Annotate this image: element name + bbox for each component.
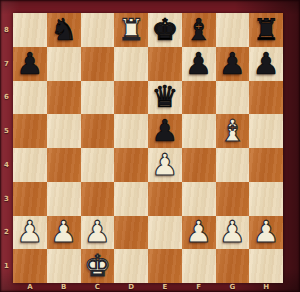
chess-board: ♞♜♚♝♜♟♟♟♟♛♟♝♟♟♟♟♟♟♟♚	[13, 13, 283, 283]
square-h4[interactable]	[249, 148, 283, 182]
square-f1[interactable]	[182, 249, 216, 283]
square-c7[interactable]	[81, 47, 115, 81]
square-f2[interactable]: ♟	[182, 216, 216, 250]
square-g3[interactable]	[216, 182, 250, 216]
piece-black-rook-h8[interactable]: ♜	[249, 13, 283, 47]
square-b5[interactable]	[47, 114, 81, 148]
square-b3[interactable]	[47, 182, 81, 216]
square-f7[interactable]: ♟	[182, 47, 216, 81]
rank-label-4: 4	[0, 148, 13, 182]
piece-black-bishop-f8[interactable]: ♝	[182, 13, 216, 47]
piece-white-pawn-b2[interactable]: ♟	[47, 216, 81, 250]
square-c6[interactable]	[81, 81, 115, 115]
square-a7[interactable]: ♟	[13, 47, 47, 81]
piece-black-pawn-f7[interactable]: ♟	[182, 47, 216, 81]
piece-black-pawn-h7[interactable]: ♟	[249, 47, 283, 81]
square-d3[interactable]	[114, 182, 148, 216]
square-f6[interactable]	[182, 81, 216, 115]
square-f4[interactable]	[182, 148, 216, 182]
square-c3[interactable]	[81, 182, 115, 216]
square-h2[interactable]: ♟	[249, 216, 283, 250]
square-h6[interactable]	[249, 81, 283, 115]
file-label-g: G	[216, 282, 250, 292]
piece-black-queen-e6[interactable]: ♛	[148, 81, 182, 115]
square-c1[interactable]: ♚	[81, 249, 115, 283]
square-d5[interactable]	[114, 114, 148, 148]
piece-white-bishop-g5[interactable]: ♝	[216, 114, 250, 148]
rank-label-8: 8	[0, 13, 13, 47]
piece-black-knight-b8[interactable]: ♞	[47, 13, 81, 47]
square-a8[interactable]	[13, 13, 47, 47]
file-labels: ABCDEFGH	[13, 282, 283, 292]
square-a4[interactable]	[13, 148, 47, 182]
square-g8[interactable]	[216, 13, 250, 47]
square-b6[interactable]	[47, 81, 81, 115]
square-e8[interactable]: ♚	[148, 13, 182, 47]
square-g5[interactable]: ♝	[216, 114, 250, 148]
square-g2[interactable]: ♟	[216, 216, 250, 250]
square-d2[interactable]	[114, 216, 148, 250]
square-g7[interactable]: ♟	[216, 47, 250, 81]
piece-white-pawn-e4[interactable]: ♟	[148, 148, 182, 182]
piece-black-pawn-g7[interactable]: ♟	[216, 47, 250, 81]
piece-black-king-e8[interactable]: ♚	[148, 13, 182, 47]
file-label-c: C	[81, 282, 115, 292]
rank-label-1: 1	[0, 249, 13, 283]
square-e1[interactable]	[148, 249, 182, 283]
rank-label-7: 7	[0, 47, 13, 81]
square-e2[interactable]	[148, 216, 182, 250]
square-g1[interactable]	[216, 249, 250, 283]
square-a1[interactable]	[13, 249, 47, 283]
square-a3[interactable]	[13, 182, 47, 216]
piece-black-pawn-e5[interactable]: ♟	[148, 114, 182, 148]
square-f5[interactable]	[182, 114, 216, 148]
chess-board-frame: 87654321 ♞♜♚♝♜♟♟♟♟♛♟♝♟♟♟♟♟♟♟♚ ABCDEFGH	[0, 0, 300, 292]
square-h1[interactable]	[249, 249, 283, 283]
rank-label-5: 5	[0, 114, 13, 148]
square-g4[interactable]	[216, 148, 250, 182]
square-h8[interactable]: ♜	[249, 13, 283, 47]
file-label-f: F	[182, 282, 216, 292]
square-b4[interactable]	[47, 148, 81, 182]
square-c4[interactable]	[81, 148, 115, 182]
square-g6[interactable]	[216, 81, 250, 115]
file-label-h: H	[249, 282, 283, 292]
piece-white-pawn-f2[interactable]: ♟	[182, 216, 216, 250]
square-d8[interactable]: ♜	[114, 13, 148, 47]
square-c2[interactable]: ♟	[81, 216, 115, 250]
square-e3[interactable]	[148, 182, 182, 216]
square-d4[interactable]	[114, 148, 148, 182]
square-h5[interactable]	[249, 114, 283, 148]
rank-labels: 87654321	[0, 13, 13, 283]
square-f3[interactable]	[182, 182, 216, 216]
square-d6[interactable]	[114, 81, 148, 115]
square-d1[interactable]	[114, 249, 148, 283]
square-c8[interactable]	[81, 13, 115, 47]
file-label-d: D	[114, 282, 148, 292]
piece-white-pawn-h2[interactable]: ♟	[249, 216, 283, 250]
piece-white-pawn-c2[interactable]: ♟	[81, 216, 115, 250]
square-d7[interactable]	[114, 47, 148, 81]
rank-label-6: 6	[0, 81, 13, 115]
square-e5[interactable]: ♟	[148, 114, 182, 148]
square-e6[interactable]: ♛	[148, 81, 182, 115]
square-a2[interactable]: ♟	[13, 216, 47, 250]
piece-white-king-c1[interactable]: ♚	[81, 249, 115, 283]
file-label-a: A	[13, 282, 47, 292]
square-h3[interactable]	[249, 182, 283, 216]
square-b7[interactable]	[47, 47, 81, 81]
square-a6[interactable]	[13, 81, 47, 115]
square-e4[interactable]: ♟	[148, 148, 182, 182]
file-label-e: E	[148, 282, 182, 292]
square-h7[interactable]: ♟	[249, 47, 283, 81]
square-c5[interactable]	[81, 114, 115, 148]
rank-label-3: 3	[0, 182, 13, 216]
square-b2[interactable]: ♟	[47, 216, 81, 250]
square-f8[interactable]: ♝	[182, 13, 216, 47]
square-e7[interactable]	[148, 47, 182, 81]
file-label-b: B	[47, 282, 81, 292]
piece-white-pawn-g2[interactable]: ♟	[216, 216, 250, 250]
rank-label-2: 2	[0, 216, 13, 250]
piece-white-rook-d8[interactable]: ♜	[114, 13, 148, 47]
square-b1[interactable]	[47, 249, 81, 283]
square-b8[interactable]: ♞	[47, 13, 81, 47]
piece-white-pawn-a2[interactable]: ♟	[13, 216, 47, 250]
square-a5[interactable]	[13, 114, 47, 148]
piece-black-pawn-a7[interactable]: ♟	[13, 47, 47, 81]
